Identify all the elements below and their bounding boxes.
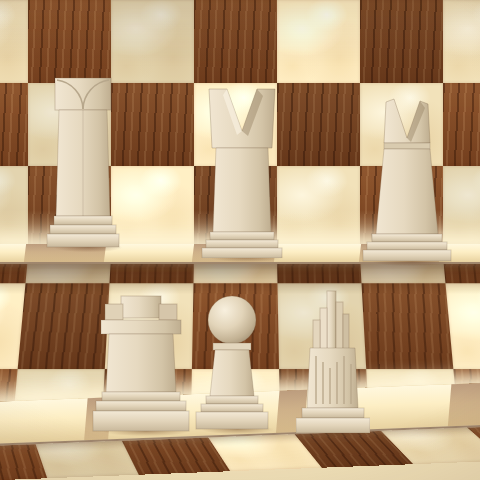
board-square-light xyxy=(111,0,194,83)
board-square-light xyxy=(0,0,28,83)
board-square-light xyxy=(277,166,360,249)
board-square-dark xyxy=(28,0,111,83)
board-square-light xyxy=(0,166,28,249)
board-square-dark xyxy=(0,83,28,166)
white-knight-piece[interactable] xyxy=(296,290,370,433)
tread-dark-square-mark xyxy=(448,382,480,426)
pawn-icon xyxy=(193,294,272,430)
board-square-light xyxy=(443,0,480,83)
king-icon xyxy=(46,76,120,248)
chess-display-scene xyxy=(0,0,480,480)
knight-icon xyxy=(296,290,370,433)
rook-icon xyxy=(92,294,190,432)
white-queen-piece[interactable] xyxy=(201,86,283,258)
white-bishop-piece[interactable] xyxy=(362,96,452,262)
white-pawn-piece[interactable] xyxy=(193,294,272,430)
queen-icon xyxy=(201,86,283,258)
board-square-dark xyxy=(360,0,443,83)
board-square-light xyxy=(277,0,360,83)
bishop-icon xyxy=(362,96,452,262)
board-square-dark xyxy=(277,83,360,166)
board-square-light xyxy=(111,166,194,249)
board-square-dark xyxy=(111,83,194,166)
white-king-piece[interactable] xyxy=(46,76,120,248)
white-rook-piece[interactable] xyxy=(92,294,190,432)
board-square-dark xyxy=(361,283,453,369)
board-square-dark xyxy=(194,0,277,83)
